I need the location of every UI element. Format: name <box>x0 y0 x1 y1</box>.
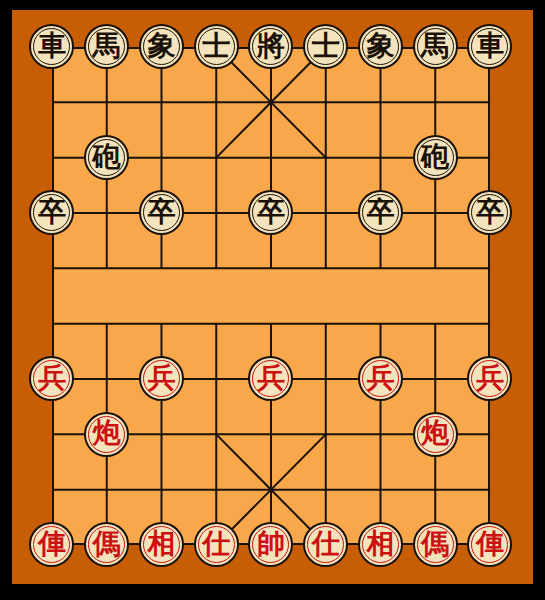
piece-glyph: 馬 <box>421 32 449 60</box>
piece-glyph: 砲 <box>93 143 121 171</box>
piece-red-cannon[interactable]: 炮 <box>84 412 129 457</box>
piece-black-advisor[interactable]: 士 <box>303 24 348 69</box>
intersection: 卒 <box>25 185 80 240</box>
intersection: 馬 <box>408 19 463 74</box>
intersection: 砲 <box>408 130 463 185</box>
piece-red-soldier[interactable]: 兵 <box>358 356 403 401</box>
piece-red-soldier[interactable]: 兵 <box>248 356 293 401</box>
piece-black-chariot[interactable]: 車 <box>29 24 74 69</box>
piece-glyph: 相 <box>366 530 394 558</box>
piece-glyph: 俥 <box>38 530 66 558</box>
xiangqi-board-canvas: 車馬象士將士象馬車砲砲卒卒卒卒卒兵兵兵兵兵炮炮俥傌相仕帥仕相傌俥 <box>0 0 545 600</box>
intersection: 車 <box>463 19 518 74</box>
piece-glyph: 士 <box>312 32 340 60</box>
piece-black-soldier[interactable]: 卒 <box>358 190 403 235</box>
piece-glyph: 俥 <box>476 530 504 558</box>
intersection: 俥 <box>463 517 518 572</box>
piece-glyph: 車 <box>476 32 504 60</box>
piece-glyph: 兵 <box>476 364 504 392</box>
piece-glyph: 馬 <box>93 32 121 60</box>
piece-glyph: 卒 <box>366 198 394 226</box>
intersection: 砲 <box>79 130 134 185</box>
piece-red-horse[interactable]: 傌 <box>413 522 458 567</box>
piece-glyph: 兵 <box>147 364 175 392</box>
piece-glyph: 傌 <box>421 530 449 558</box>
intersection: 兵 <box>25 351 80 406</box>
intersection: 馬 <box>79 19 134 74</box>
piece-glyph: 象 <box>147 32 175 60</box>
piece-glyph: 傌 <box>93 530 121 558</box>
piece-black-soldier[interactable]: 卒 <box>139 190 184 235</box>
piece-glyph: 士 <box>202 32 230 60</box>
intersection: 士 <box>189 19 244 74</box>
intersection: 相 <box>353 517 408 572</box>
piece-black-chariot[interactable]: 車 <box>467 24 512 69</box>
piece-red-general[interactable]: 帥 <box>248 522 293 567</box>
piece-black-cannon[interactable]: 砲 <box>84 135 129 180</box>
intersection: 卒 <box>463 185 518 240</box>
piece-glyph: 卒 <box>476 198 504 226</box>
intersection: 象 <box>353 19 408 74</box>
intersection: 象 <box>134 19 189 74</box>
intersection: 傌 <box>408 517 463 572</box>
piece-glyph: 象 <box>366 32 394 60</box>
piece-red-chariot[interactable]: 俥 <box>29 522 74 567</box>
piece-black-cannon[interactable]: 砲 <box>413 135 458 180</box>
piece-glyph: 相 <box>147 530 175 558</box>
intersection: 炮 <box>79 407 134 462</box>
piece-red-cannon[interactable]: 炮 <box>413 412 458 457</box>
intersection: 帥 <box>244 517 299 572</box>
intersection: 兵 <box>463 351 518 406</box>
piece-glyph: 砲 <box>421 143 449 171</box>
piece-glyph: 兵 <box>366 364 394 392</box>
piece-glyph: 炮 <box>421 419 449 447</box>
piece-glyph: 帥 <box>257 530 285 558</box>
piece-red-soldier[interactable]: 兵 <box>29 356 74 401</box>
piece-black-elephant[interactable]: 象 <box>358 24 403 69</box>
intersection: 傌 <box>79 517 134 572</box>
piece-black-elephant[interactable]: 象 <box>139 24 184 69</box>
intersection: 卒 <box>244 185 299 240</box>
piece-glyph: 仕 <box>202 530 230 558</box>
piece-black-soldier[interactable]: 卒 <box>248 190 293 235</box>
piece-black-general[interactable]: 將 <box>248 24 293 69</box>
intersection: 炮 <box>408 407 463 462</box>
intersection: 相 <box>134 517 189 572</box>
piece-glyph: 卒 <box>147 198 175 226</box>
piece-glyph: 仕 <box>312 530 340 558</box>
piece-glyph: 兵 <box>257 364 285 392</box>
piece-black-soldier[interactable]: 卒 <box>29 190 74 235</box>
piece-black-advisor[interactable]: 士 <box>194 24 239 69</box>
piece-glyph: 卒 <box>38 198 66 226</box>
intersection: 兵 <box>353 351 408 406</box>
piece-red-soldier[interactable]: 兵 <box>139 356 184 401</box>
intersection: 兵 <box>134 351 189 406</box>
piece-glyph: 將 <box>257 32 285 60</box>
piece-glyph: 車 <box>38 32 66 60</box>
piece-glyph: 卒 <box>257 198 285 226</box>
piece-red-soldier[interactable]: 兵 <box>467 356 512 401</box>
piece-red-horse[interactable]: 傌 <box>84 522 129 567</box>
intersection: 仕 <box>298 517 353 572</box>
piece-black-soldier[interactable]: 卒 <box>467 190 512 235</box>
piece-glyph: 炮 <box>93 419 121 447</box>
intersection: 車 <box>25 19 80 74</box>
piece-red-elephant[interactable]: 相 <box>358 522 403 567</box>
intersection: 俥 <box>25 517 80 572</box>
piece-red-advisor[interactable]: 仕 <box>194 522 239 567</box>
piece-red-elephant[interactable]: 相 <box>139 522 184 567</box>
piece-red-advisor[interactable]: 仕 <box>303 522 348 567</box>
piece-red-chariot[interactable]: 俥 <box>467 522 512 567</box>
intersection: 兵 <box>244 351 299 406</box>
piece-black-horse[interactable]: 馬 <box>84 24 129 69</box>
piece-black-horse[interactable]: 馬 <box>413 24 458 69</box>
intersection: 將 <box>244 19 299 74</box>
intersection: 仕 <box>189 517 244 572</box>
pieces-layer: 車馬象士將士象馬車砲砲卒卒卒卒卒兵兵兵兵兵炮炮俥傌相仕帥仕相傌俥 <box>25 19 518 572</box>
intersection: 士 <box>298 19 353 74</box>
intersection: 卒 <box>353 185 408 240</box>
intersection: 卒 <box>134 185 189 240</box>
piece-glyph: 兵 <box>38 364 66 392</box>
